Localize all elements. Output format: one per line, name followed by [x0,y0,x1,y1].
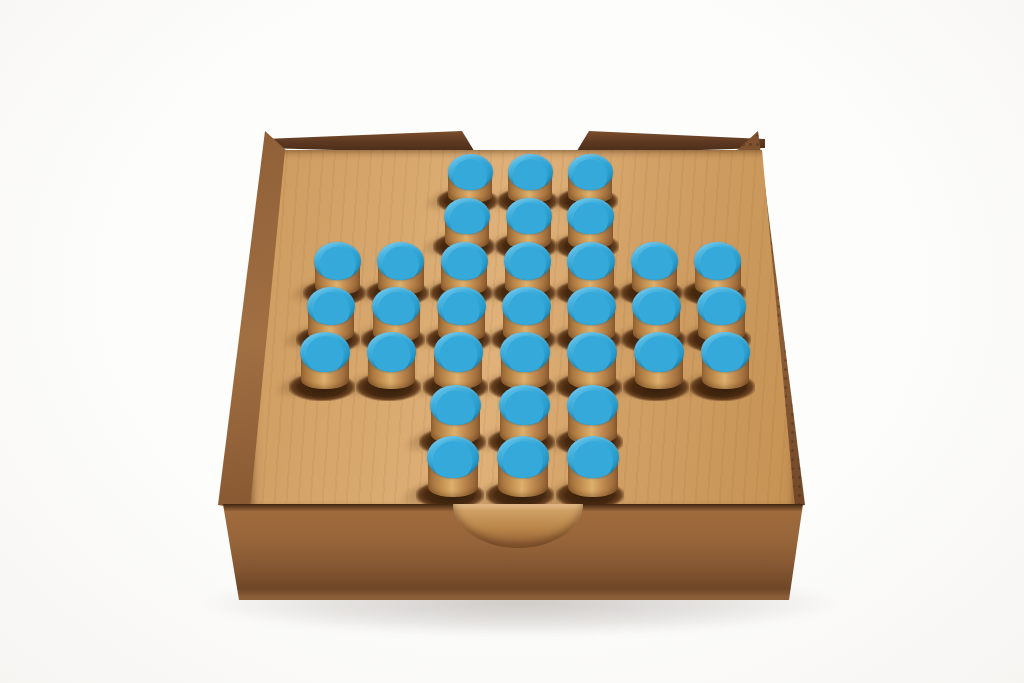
peg-top: ● [567,436,619,478]
board-hole-cell: ● [567,436,619,497]
peg-glyph: ● [570,332,613,372]
peg-top: ● [568,154,613,190]
peg-top: ● [434,332,484,372]
peg-glyph: ● [310,287,352,326]
peg-glyph: ● [450,154,489,190]
peg-top: ● [448,154,493,190]
peg-top: ● [694,242,741,280]
peg-glyph: ● [505,287,547,326]
peg-top: ● [632,287,681,326]
peg-glyph: ● [303,332,346,372]
peg-top: ● [567,385,618,426]
peg[interactable]: ● [568,154,613,203]
finger-notch [453,504,583,548]
peg-top: ● [441,242,488,280]
peg-top: ● [300,332,350,372]
peg-top: ● [567,287,616,326]
box-front-wall [218,504,806,600]
peg-top: ● [697,287,746,326]
peg-glyph: ● [430,436,476,478]
peg-top: ● [497,436,549,478]
board-hole-cell: ● [567,385,618,444]
peg-top: ● [504,242,551,280]
peg-glyph: ● [637,332,680,372]
peg-glyph: ● [502,385,547,426]
peg-glyph: ● [507,242,548,280]
peg-top: ● [631,242,678,280]
peg-top: ● [567,242,614,280]
peg-top: ● [701,332,751,372]
peg-top: ● [499,385,550,426]
peg-glyph: ● [570,436,616,478]
peg-glyph: ● [380,242,421,280]
peg-top: ● [430,385,481,426]
board-hole-cell: ● [567,198,613,249]
peg-top: ● [508,154,553,190]
peg-glyph: ● [634,242,675,280]
peg-glyph: ● [500,436,546,478]
peg-glyph: ● [570,287,612,326]
peg-glyph: ● [510,154,549,190]
peg-top: ● [377,242,424,280]
peg-glyph: ● [697,242,738,280]
peg-glyph: ● [509,198,549,235]
peg-top: ● [427,436,479,478]
peg-top: ● [567,332,617,372]
peg-glyph: ● [570,198,610,235]
peg-glyph: ● [440,287,482,326]
peg-top: ● [634,332,684,372]
peg-glyph: ● [570,154,609,190]
peg-glyph: ● [635,287,677,326]
product-photo: ●●●●●●●●●●●●●●●●●●●●●●●●●●●●●●●●● [0,0,1024,683]
peg-glyph: ● [444,242,485,280]
board-hole-cell: ● [568,154,613,203]
peg-top: ● [500,332,550,372]
board-hole-cell: ● [701,332,751,389]
peg-top: ● [437,287,486,326]
peg-top: ● [567,198,613,235]
peg-top: ● [502,287,551,326]
peg-glyph: ● [317,242,358,280]
peg[interactable]: ● [701,332,751,389]
peg[interactable]: ● [567,385,618,444]
peg-top: ● [314,242,361,280]
peg-glyph: ● [370,332,413,372]
peg-glyph: ● [433,385,478,426]
peg-top: ● [367,332,417,372]
peg-glyph: ● [447,198,487,235]
peg-top: ● [506,198,552,235]
peg-glyph: ● [700,287,742,326]
peg[interactable]: ● [567,436,619,497]
peg-glyph: ● [375,287,417,326]
peg-glyph: ● [570,385,615,426]
peg-glyph: ● [570,242,611,280]
peg-glyph: ● [704,332,747,372]
peg[interactable]: ● [567,198,613,249]
peg-glyph: ● [437,332,480,372]
peg-glyph: ● [503,332,546,372]
